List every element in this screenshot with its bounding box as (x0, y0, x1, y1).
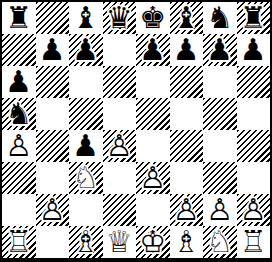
black-bishop-piece: ♝ (69, 2, 103, 34)
square-b4 (36, 130, 70, 162)
black-rook-piece: ♜ (237, 2, 271, 34)
square-g3 (203, 162, 237, 194)
square-h8: ♜ (237, 2, 271, 34)
square-d7 (103, 34, 137, 66)
square-c3: ♞♘ (69, 162, 103, 194)
black-pawn-piece: ♟ (69, 130, 103, 162)
square-h4 (237, 130, 271, 162)
square-h5 (237, 98, 271, 130)
white-rook-outline: ♖ (240, 226, 267, 258)
square-f8: ♝ (170, 2, 204, 34)
white-rook-piece: ♜♖ (237, 226, 271, 258)
black-king-glyph: ♚ (139, 2, 166, 34)
square-e7: ♟ (136, 34, 170, 66)
square-e5 (136, 98, 170, 130)
white-knight-outline: ♘ (206, 226, 233, 258)
white-king-outline: ♔ (139, 226, 166, 258)
square-b3 (36, 162, 70, 194)
white-rook-outline: ♖ (5, 226, 32, 258)
square-a5: ♞ (2, 98, 36, 130)
square-c2 (69, 194, 103, 226)
white-pawn-piece: ♟♙ (136, 162, 170, 194)
black-pawn-piece: ♟ (170, 34, 204, 66)
black-pawn-glyph: ♟ (5, 66, 32, 98)
black-pawn-piece: ♟ (237, 34, 271, 66)
square-d4: ♟♙ (103, 130, 137, 162)
black-queen-piece: ♛ (103, 2, 137, 34)
square-h6 (237, 66, 271, 98)
black-queen-glyph: ♛ (106, 2, 133, 34)
white-king-piece: ♚♔ (136, 226, 170, 258)
black-pawn-glyph: ♟ (72, 34, 99, 66)
square-c5 (69, 98, 103, 130)
square-g8: ♞ (203, 2, 237, 34)
square-a7 (2, 34, 36, 66)
white-pawn-piece: ♟♙ (103, 130, 137, 162)
square-g5 (203, 98, 237, 130)
white-pawn-outline: ♙ (173, 194, 200, 226)
white-knight-piece: ♞♘ (203, 226, 237, 258)
white-bishop-piece: ♝♗ (69, 226, 103, 258)
white-knight-outline: ♘ (72, 162, 99, 194)
square-d5 (103, 98, 137, 130)
black-knight-glyph: ♞ (5, 98, 32, 130)
square-h1: ♜♖ (237, 226, 271, 258)
square-c1: ♝♗ (69, 226, 103, 258)
square-c8: ♝ (69, 2, 103, 34)
square-d6 (103, 66, 137, 98)
black-pawn-piece: ♟ (203, 34, 237, 66)
square-b1 (36, 226, 70, 258)
square-g6 (203, 66, 237, 98)
square-c4: ♟ (69, 130, 103, 162)
square-h7: ♟ (237, 34, 271, 66)
square-a3 (2, 162, 36, 194)
black-bishop-glyph: ♝ (173, 2, 200, 34)
black-rook-glyph: ♜ (240, 2, 267, 34)
square-f7: ♟ (170, 34, 204, 66)
square-g4 (203, 130, 237, 162)
white-pawn-piece: ♟♙ (237, 194, 271, 226)
black-bishop-piece: ♝ (170, 2, 204, 34)
square-c7: ♟ (69, 34, 103, 66)
black-knight-piece: ♞ (203, 2, 237, 34)
black-rook-piece: ♜ (2, 2, 36, 34)
white-pawn-outline: ♙ (206, 194, 233, 226)
black-pawn-piece: ♟ (2, 66, 36, 98)
square-d2 (103, 194, 137, 226)
square-e8: ♚ (136, 2, 170, 34)
square-e1: ♚♔ (136, 226, 170, 258)
square-g1: ♞♘ (203, 226, 237, 258)
square-b7: ♟ (36, 34, 70, 66)
black-pawn-piece: ♟ (136, 34, 170, 66)
white-pawn-piece: ♟♙ (203, 194, 237, 226)
square-h3 (237, 162, 271, 194)
white-queen-outline: ♕ (106, 226, 133, 258)
white-pawn-outline: ♙ (240, 194, 267, 226)
square-a2 (2, 194, 36, 226)
black-pawn-glyph: ♟ (139, 34, 166, 66)
square-f1: ♝♗ (170, 226, 204, 258)
square-d8: ♛ (103, 2, 137, 34)
white-bishop-outline: ♗ (72, 226, 99, 258)
square-d1: ♛♕ (103, 226, 137, 258)
square-f3 (170, 162, 204, 194)
black-pawn-glyph: ♟ (240, 34, 267, 66)
square-c6 (69, 66, 103, 98)
square-b8 (36, 2, 70, 34)
square-e2 (136, 194, 170, 226)
square-e6 (136, 66, 170, 98)
white-bishop-piece: ♝♗ (170, 226, 204, 258)
square-b2: ♟♙ (36, 194, 70, 226)
white-rook-piece: ♜♖ (2, 226, 36, 258)
black-pawn-piece: ♟ (69, 34, 103, 66)
square-e3: ♟♙ (136, 162, 170, 194)
square-a1: ♜♖ (2, 226, 36, 258)
square-h2: ♟♙ (237, 194, 271, 226)
black-pawn-glyph: ♟ (39, 34, 66, 66)
square-f2: ♟♙ (170, 194, 204, 226)
black-pawn-piece: ♟ (36, 34, 70, 66)
black-pawn-glyph: ♟ (72, 130, 99, 162)
square-f5 (170, 98, 204, 130)
white-pawn-piece: ♟♙ (2, 130, 36, 162)
black-knight-glyph: ♞ (206, 2, 233, 34)
white-knight-piece: ♞♘ (69, 162, 103, 194)
white-pawn-outline: ♙ (106, 130, 133, 162)
white-pawn-outline: ♙ (5, 130, 32, 162)
square-g2: ♟♙ (203, 194, 237, 226)
square-a6: ♟ (2, 66, 36, 98)
black-pawn-glyph: ♟ (173, 34, 200, 66)
chess-board: ♜♝♛♚♝♞♜♟♟♟♟♟♟♟♞♟♙♟♟♙♞♘♟♙♟♙♟♙♟♙♟♙♜♖♝♗♛♕♚♔… (0, 0, 272, 262)
square-a8: ♜ (2, 2, 36, 34)
black-pawn-glyph: ♟ (206, 34, 233, 66)
square-f6 (170, 66, 204, 98)
black-bishop-glyph: ♝ (72, 2, 99, 34)
square-g7: ♟ (203, 34, 237, 66)
white-pawn-outline: ♙ (39, 194, 66, 226)
white-bishop-outline: ♗ (173, 226, 200, 258)
square-f4 (170, 130, 204, 162)
black-king-piece: ♚ (136, 2, 170, 34)
white-pawn-piece: ♟♙ (36, 194, 70, 226)
white-pawn-piece: ♟♙ (170, 194, 204, 226)
square-d3 (103, 162, 137, 194)
square-a4: ♟♙ (2, 130, 36, 162)
square-b6 (36, 66, 70, 98)
black-rook-glyph: ♜ (5, 2, 32, 34)
black-knight-piece: ♞ (2, 98, 36, 130)
white-pawn-outline: ♙ (139, 162, 166, 194)
square-e4 (136, 130, 170, 162)
square-b5 (36, 98, 70, 130)
white-queen-piece: ♛♕ (103, 226, 137, 258)
